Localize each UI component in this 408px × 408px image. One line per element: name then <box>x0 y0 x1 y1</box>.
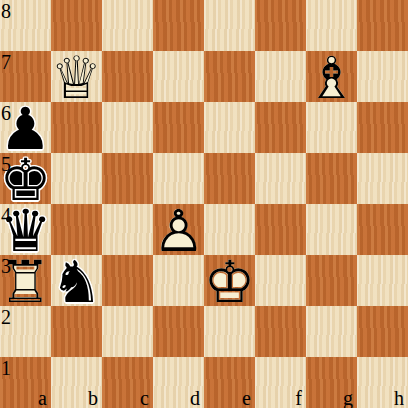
square-b4[interactable] <box>51 204 102 255</box>
square-f6[interactable] <box>255 102 306 153</box>
square-e2[interactable] <box>204 306 255 357</box>
square-h1[interactable]: h <box>357 357 408 408</box>
square-d6[interactable] <box>153 102 204 153</box>
square-a1[interactable]: 1a <box>0 357 51 408</box>
square-b1[interactable]: b <box>51 357 102 408</box>
file-label-c: c <box>140 388 149 408</box>
square-g2[interactable] <box>306 306 357 357</box>
square-c1[interactable]: c <box>102 357 153 408</box>
square-d2[interactable] <box>153 306 204 357</box>
white-king-outline-glyph: ♔ <box>204 255 255 306</box>
square-d8[interactable] <box>153 0 204 51</box>
square-a8[interactable]: 8 <box>0 0 51 51</box>
white-bishop[interactable]: ♝♗ <box>306 51 357 102</box>
white-pawn-glyph: ♟ <box>153 204 204 255</box>
file-label-f: f <box>295 388 302 408</box>
file-label-a: a <box>38 388 47 408</box>
file-label-b: b <box>88 388 98 408</box>
square-f4[interactable] <box>255 204 306 255</box>
square-f8[interactable] <box>255 0 306 51</box>
square-f7[interactable] <box>255 51 306 102</box>
white-queen[interactable]: ♛♕ <box>51 51 102 102</box>
rank-label-6: 6 <box>1 103 11 123</box>
square-e6[interactable] <box>204 102 255 153</box>
square-c8[interactable] <box>102 0 153 51</box>
square-c4[interactable] <box>102 204 153 255</box>
square-h3[interactable] <box>357 255 408 306</box>
rank-label-8: 8 <box>1 1 11 21</box>
square-h4[interactable] <box>357 204 408 255</box>
square-c2[interactable] <box>102 306 153 357</box>
square-a2[interactable]: 2 <box>0 306 51 357</box>
square-c7[interactable] <box>102 51 153 102</box>
square-e8[interactable] <box>204 0 255 51</box>
square-h5[interactable] <box>357 153 408 204</box>
square-f2[interactable] <box>255 306 306 357</box>
square-d3[interactable] <box>153 255 204 306</box>
square-d7[interactable] <box>153 51 204 102</box>
square-d1[interactable]: d <box>153 357 204 408</box>
square-g5[interactable] <box>306 153 357 204</box>
rank-label-7: 7 <box>1 52 11 72</box>
square-b2[interactable] <box>51 306 102 357</box>
white-bishop-glyph: ♝ <box>306 51 357 102</box>
square-b6[interactable] <box>51 102 102 153</box>
rank-label-4: 4 <box>1 205 11 225</box>
square-f1[interactable]: f <box>255 357 306 408</box>
square-a3[interactable]: ♜♖3 <box>0 255 51 306</box>
square-e5[interactable] <box>204 153 255 204</box>
square-g1[interactable]: g <box>306 357 357 408</box>
square-h7[interactable] <box>357 51 408 102</box>
square-a7[interactable]: 7 <box>0 51 51 102</box>
square-a4[interactable]: ♛4 <box>0 204 51 255</box>
rank-label-3: 3 <box>1 256 11 276</box>
white-bishop-outline-glyph: ♗ <box>306 51 357 102</box>
square-c5[interactable] <box>102 153 153 204</box>
square-e7[interactable] <box>204 51 255 102</box>
square-h6[interactable] <box>357 102 408 153</box>
square-c3[interactable] <box>102 255 153 306</box>
black-knight-glyph: ♞ <box>51 255 102 306</box>
rank-label-2: 2 <box>1 307 11 327</box>
square-b5[interactable] <box>51 153 102 204</box>
square-g8[interactable] <box>306 0 357 51</box>
square-h8[interactable] <box>357 0 408 51</box>
square-g7[interactable]: ♝♗ <box>306 51 357 102</box>
rank-label-5: 5 <box>1 154 11 174</box>
square-d4[interactable]: ♟♙ <box>153 204 204 255</box>
square-h2[interactable] <box>357 306 408 357</box>
square-f5[interactable] <box>255 153 306 204</box>
file-label-d: d <box>190 388 200 408</box>
square-a5[interactable]: ♚5 <box>0 153 51 204</box>
white-queen-outline-glyph: ♕ <box>51 51 102 102</box>
rank-label-1: 1 <box>1 358 11 378</box>
square-a6[interactable]: ♟6 <box>0 102 51 153</box>
white-king-glyph: ♚ <box>204 255 255 306</box>
white-pawn[interactable]: ♟♙ <box>153 204 204 255</box>
square-d5[interactable] <box>153 153 204 204</box>
black-knight[interactable]: ♞ <box>51 255 102 306</box>
file-label-g: g <box>343 388 353 408</box>
white-king[interactable]: ♚♔ <box>204 255 255 306</box>
square-b8[interactable] <box>51 0 102 51</box>
square-e4[interactable] <box>204 204 255 255</box>
square-e1[interactable]: e <box>204 357 255 408</box>
chess-board[interactable]: 87♛♕♝♗♟6♚5♛4♟♙♜♖3♞♚♔21abcdefgh <box>0 0 408 408</box>
square-e3[interactable]: ♚♔ <box>204 255 255 306</box>
square-b7[interactable]: ♛♕ <box>51 51 102 102</box>
white-pawn-outline-glyph: ♙ <box>153 204 204 255</box>
square-g3[interactable] <box>306 255 357 306</box>
square-c6[interactable] <box>102 102 153 153</box>
file-label-h: h <box>394 388 404 408</box>
square-b3[interactable]: ♞ <box>51 255 102 306</box>
square-f3[interactable] <box>255 255 306 306</box>
white-queen-glyph: ♛ <box>51 51 102 102</box>
file-label-e: e <box>242 388 251 408</box>
square-g4[interactable] <box>306 204 357 255</box>
square-g6[interactable] <box>306 102 357 153</box>
